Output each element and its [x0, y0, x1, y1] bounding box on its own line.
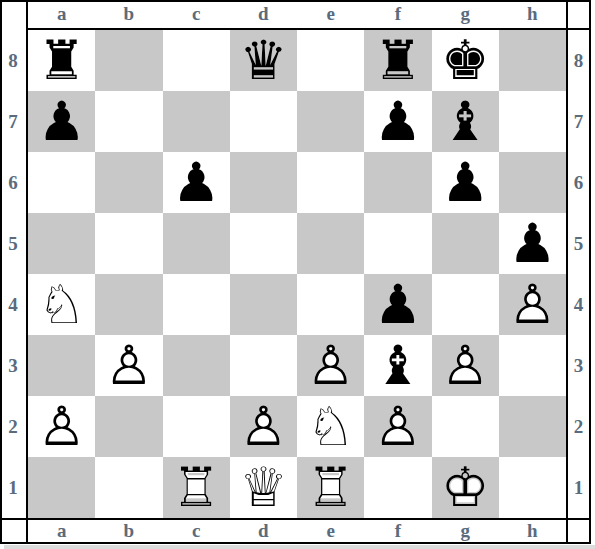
piece-black-bishop: ♝♝ — [374, 339, 422, 393]
square-a5[interactable] — [28, 213, 95, 274]
piece-white-king: ♚♔ — [441, 461, 489, 515]
square-h6[interactable] — [499, 152, 566, 213]
piece-white-pawn: ♟♙ — [306, 339, 354, 393]
piece-glyph: ♙ — [374, 395, 422, 458]
square-g5[interactable] — [432, 213, 499, 274]
rank-label-2: 2 — [1, 396, 25, 457]
file-label-d: d — [230, 1, 297, 27]
file-label-e: e — [297, 1, 364, 27]
piece-white-pawn: ♟♙ — [508, 278, 556, 332]
square-c8[interactable] — [163, 30, 230, 91]
square-b3[interactable]: ♟♙ — [95, 335, 162, 396]
rank-label-5: 5 — [568, 213, 589, 274]
square-c4[interactable] — [163, 274, 230, 335]
piece-black-pawn: ♟♟ — [374, 278, 422, 332]
label-bottom-line — [0, 542, 591, 544]
square-d8[interactable]: ♛♛ — [230, 30, 297, 91]
square-c6[interactable]: ♟♟ — [163, 152, 230, 213]
square-b6[interactable] — [95, 152, 162, 213]
piece-glyph: ♝ — [441, 90, 489, 153]
square-d7[interactable] — [230, 91, 297, 152]
square-f8[interactable]: ♜♜ — [364, 30, 431, 91]
square-g3[interactable]: ♟♙ — [432, 335, 499, 396]
square-g2[interactable] — [432, 396, 499, 457]
square-h7[interactable] — [499, 91, 566, 152]
square-e5[interactable] — [297, 213, 364, 274]
piece-white-knight: ♞♘ — [37, 278, 85, 332]
square-g8[interactable]: ♚♚ — [432, 30, 499, 91]
file-label-g: g — [432, 1, 499, 27]
square-c1[interactable]: ♜♖ — [163, 457, 230, 518]
piece-glyph: ♝ — [374, 334, 422, 397]
file-label-c: c — [163, 1, 230, 27]
square-d2[interactable]: ♟♙ — [230, 396, 297, 457]
piece-glyph: ♙ — [441, 334, 489, 397]
square-f2[interactable]: ♟♙ — [364, 396, 431, 457]
square-d4[interactable] — [230, 274, 297, 335]
piece-glyph: ♛ — [239, 29, 287, 92]
rank-label-4: 4 — [568, 274, 589, 335]
square-a6[interactable] — [28, 152, 95, 213]
chess-board: ♜♜♛♛♜♜♚♚♟♟♟♟♝♝♟♟♟♟♟♟♞♘♟♟♟♙♟♙♟♙♝♝♟♙♟♙♟♙♞♘… — [28, 30, 566, 518]
square-d1[interactable]: ♛♕ — [230, 457, 297, 518]
square-f6[interactable] — [364, 152, 431, 213]
square-h1[interactable] — [499, 457, 566, 518]
piece-glyph: ♙ — [306, 334, 354, 397]
rank-labels-right: 87654321 — [568, 30, 589, 518]
square-e8[interactable] — [297, 30, 364, 91]
piece-white-pawn: ♟♙ — [374, 400, 422, 454]
rank-label-7: 7 — [568, 91, 589, 152]
square-h3[interactable] — [499, 335, 566, 396]
square-d5[interactable] — [230, 213, 297, 274]
bottom-edge-strip — [4, 545, 595, 549]
square-f4[interactable]: ♟♟ — [364, 274, 431, 335]
square-g1[interactable]: ♚♔ — [432, 457, 499, 518]
file-labels-top: abcdefgh — [28, 1, 566, 27]
piece-glyph: ♖ — [306, 456, 354, 519]
rank-label-1: 1 — [568, 457, 589, 518]
piece-glyph: ♘ — [306, 395, 354, 458]
square-b7[interactable] — [95, 91, 162, 152]
piece-black-pawn: ♟♟ — [37, 95, 85, 149]
square-h2[interactable] — [499, 396, 566, 457]
piece-glyph: ♘ — [37, 273, 85, 336]
piece-black-pawn: ♟♟ — [441, 156, 489, 210]
square-b5[interactable] — [95, 213, 162, 274]
piece-black-bishop: ♝♝ — [441, 95, 489, 149]
file-label-b: b — [95, 1, 162, 27]
square-g6[interactable]: ♟♟ — [432, 152, 499, 213]
piece-glyph: ♕ — [239, 456, 287, 519]
rank-label-8: 8 — [568, 30, 589, 91]
square-g7[interactable]: ♝♝ — [432, 91, 499, 152]
square-c7[interactable] — [163, 91, 230, 152]
square-a3[interactable] — [28, 335, 95, 396]
piece-black-pawn: ♟♟ — [374, 95, 422, 149]
rank-label-4: 4 — [1, 274, 25, 335]
square-h4[interactable]: ♟♙ — [499, 274, 566, 335]
square-b8[interactable] — [95, 30, 162, 91]
piece-glyph: ♚ — [441, 29, 489, 92]
square-b1[interactable] — [95, 457, 162, 518]
file-label-a: a — [28, 519, 95, 542]
square-a8[interactable]: ♜♜ — [28, 30, 95, 91]
rank-label-5: 5 — [1, 213, 25, 274]
square-f7[interactable]: ♟♟ — [364, 91, 431, 152]
piece-glyph: ♜ — [374, 29, 422, 92]
square-h5[interactable]: ♟♟ — [499, 213, 566, 274]
file-label-a: a — [28, 1, 95, 27]
square-a1[interactable] — [28, 457, 95, 518]
piece-glyph: ♜ — [37, 29, 85, 92]
file-label-h: h — [499, 1, 566, 27]
file-label-f: f — [364, 519, 431, 542]
rank-label-1: 1 — [1, 457, 25, 518]
square-a2[interactable]: ♟♙ — [28, 396, 95, 457]
rank-label-8: 8 — [1, 30, 25, 91]
piece-glyph: ♙ — [105, 334, 153, 397]
rank-label-6: 6 — [568, 152, 589, 213]
square-c3[interactable] — [163, 335, 230, 396]
rank-label-6: 6 — [1, 152, 25, 213]
square-h8[interactable] — [499, 30, 566, 91]
piece-glyph: ♙ — [37, 395, 85, 458]
square-f5[interactable] — [364, 213, 431, 274]
rank-labels-left: 87654321 — [1, 30, 25, 518]
piece-glyph: ♟ — [172, 151, 220, 214]
border-right-line — [589, 0, 591, 544]
piece-white-rook: ♜♖ — [172, 461, 220, 515]
piece-black-king: ♚♚ — [441, 34, 489, 88]
file-label-b: b — [95, 519, 162, 542]
piece-glyph: ♟ — [374, 273, 422, 336]
rank-label-7: 7 — [1, 91, 25, 152]
file-label-d: d — [230, 519, 297, 542]
piece-black-queen: ♛♛ — [239, 34, 287, 88]
piece-black-pawn: ♟♟ — [508, 217, 556, 271]
square-g4[interactable] — [432, 274, 499, 335]
square-e2[interactable]: ♞♘ — [297, 396, 364, 457]
piece-glyph: ♟ — [37, 90, 85, 153]
rank-label-3: 3 — [1, 335, 25, 396]
file-label-f: f — [364, 1, 431, 27]
square-d3[interactable] — [230, 335, 297, 396]
rank-label-2: 2 — [568, 396, 589, 457]
square-a7[interactable]: ♟♟ — [28, 91, 95, 152]
piece-white-queen: ♛♕ — [239, 461, 287, 515]
square-b4[interactable] — [95, 274, 162, 335]
square-c2[interactable] — [163, 396, 230, 457]
file-labels-bottom: abcdefgh — [28, 519, 566, 542]
square-e6[interactable] — [297, 152, 364, 213]
piece-glyph: ♖ — [172, 456, 220, 519]
square-f3[interactable]: ♝♝ — [364, 335, 431, 396]
file-label-e: e — [297, 519, 364, 542]
file-label-c: c — [163, 519, 230, 542]
piece-glyph: ♟ — [508, 212, 556, 275]
rank-label-3: 3 — [568, 335, 589, 396]
piece-white-pawn: ♟♙ — [37, 400, 85, 454]
piece-glyph: ♟ — [374, 90, 422, 153]
square-e1[interactable]: ♜♖ — [297, 457, 364, 518]
square-e4[interactable] — [297, 274, 364, 335]
piece-glyph: ♔ — [441, 456, 489, 519]
piece-white-rook: ♜♖ — [306, 461, 354, 515]
piece-black-pawn: ♟♟ — [172, 156, 220, 210]
piece-white-pawn: ♟♙ — [239, 400, 287, 454]
square-e7[interactable] — [297, 91, 364, 152]
chess-diagram: abcdefgh abcdefgh 87654321 87654321 ♜♜♛♛… — [0, 0, 595, 549]
square-b2[interactable] — [95, 396, 162, 457]
piece-black-rook: ♜♜ — [37, 34, 85, 88]
file-label-g: g — [432, 519, 499, 542]
square-a4[interactable]: ♞♘ — [28, 274, 95, 335]
piece-white-pawn: ♟♙ — [441, 339, 489, 393]
square-e3[interactable]: ♟♙ — [297, 335, 364, 396]
piece-white-knight: ♞♘ — [306, 400, 354, 454]
square-f1[interactable] — [364, 457, 431, 518]
file-label-h: h — [499, 519, 566, 542]
piece-glyph: ♟ — [441, 151, 489, 214]
square-d6[interactable] — [230, 152, 297, 213]
piece-glyph: ♙ — [508, 273, 556, 336]
piece-white-pawn: ♟♙ — [105, 339, 153, 393]
piece-black-rook: ♜♜ — [374, 34, 422, 88]
square-c5[interactable] — [163, 213, 230, 274]
piece-glyph: ♙ — [239, 395, 287, 458]
